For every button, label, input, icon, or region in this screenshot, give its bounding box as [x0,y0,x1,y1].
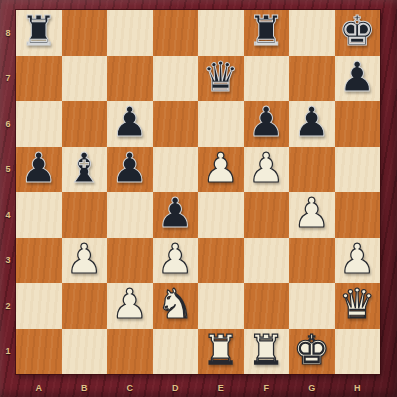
white-pawn-piece: ♟ [66,239,103,280]
square-a3[interactable] [16,238,62,284]
square-e6[interactable] [198,101,244,147]
rank-label-1: 1 [0,329,16,375]
black-king-piece: ♚ [339,11,376,52]
white-pawn-piece: ♟ [293,193,330,234]
square-f8[interactable]: ♜ [244,10,290,56]
rank-label-3: 3 [0,238,16,284]
file-label-d: D [153,374,199,397]
square-b8[interactable] [62,10,108,56]
square-e3[interactable] [198,238,244,284]
rank-coordinates: 87654321 [0,10,16,374]
square-c6[interactable]: ♟ [107,101,153,147]
file-label-f: F [244,374,290,397]
white-pawn-piece: ♟ [157,239,194,280]
black-pawn-piece: ♟ [20,148,57,189]
square-f3[interactable] [244,238,290,284]
black-pawn-piece: ♟ [111,102,148,143]
square-g5[interactable] [289,147,335,193]
square-g8[interactable] [289,10,335,56]
square-e8[interactable] [198,10,244,56]
white-knight-piece: ♞ [157,284,194,325]
square-c2[interactable]: ♟ [107,283,153,329]
square-a8[interactable]: ♜ [16,10,62,56]
file-label-c: C [107,374,153,397]
square-b1[interactable] [62,329,108,375]
rank-label-7: 7 [0,56,16,102]
rank-label-4: 4 [0,192,16,238]
square-e1[interactable]: ♜ [198,329,244,375]
black-rook-piece: ♜ [20,11,57,52]
square-f6[interactable]: ♟ [244,101,290,147]
square-d1[interactable] [153,329,199,375]
square-g6[interactable]: ♟ [289,101,335,147]
white-pawn-piece: ♟ [111,284,148,325]
square-h2[interactable]: ♛ [335,283,381,329]
square-f4[interactable] [244,192,290,238]
file-label-a: A [16,374,62,397]
file-label-e: E [198,374,244,397]
square-h6[interactable] [335,101,381,147]
square-d7[interactable] [153,56,199,102]
square-h7[interactable]: ♟ [335,56,381,102]
rank-label-5: 5 [0,147,16,193]
file-label-h: H [335,374,381,397]
square-g2[interactable] [289,283,335,329]
square-a5[interactable]: ♟ [16,147,62,193]
rank-label-8: 8 [0,10,16,56]
square-a7[interactable] [16,56,62,102]
square-d2[interactable]: ♞ [153,283,199,329]
rank-label-6: 6 [0,101,16,147]
square-c1[interactable] [107,329,153,375]
file-label-b: B [62,374,108,397]
white-king-piece: ♚ [293,330,330,371]
square-c5[interactable]: ♟ [107,147,153,193]
square-g1[interactable]: ♚ [289,329,335,375]
white-rook-piece: ♜ [202,330,239,371]
black-pawn-piece: ♟ [157,193,194,234]
white-pawn-piece: ♟ [339,239,376,280]
chessboard-frame: 87654321 ABCDEFGH ♜♜♚♛♟♟♟♟♟♝♟♟♟♟♟♟♟♟♟♞♛♜… [0,0,397,397]
square-b5[interactable]: ♝ [62,147,108,193]
square-a1[interactable] [16,329,62,375]
file-coordinates: ABCDEFGH [16,374,380,397]
square-g4[interactable]: ♟ [289,192,335,238]
square-f1[interactable]: ♜ [244,329,290,375]
square-b4[interactable] [62,192,108,238]
square-c7[interactable] [107,56,153,102]
white-pawn-piece: ♟ [248,148,285,189]
white-queen-piece: ♛ [339,284,376,325]
square-b6[interactable] [62,101,108,147]
square-e2[interactable] [198,283,244,329]
black-bishop-piece: ♝ [66,148,103,189]
square-e4[interactable] [198,192,244,238]
square-b3[interactable]: ♟ [62,238,108,284]
black-pawn-piece: ♟ [111,148,148,189]
square-d5[interactable] [153,147,199,193]
chessboard: ♜♜♚♛♟♟♟♟♟♝♟♟♟♟♟♟♟♟♟♞♛♜♜♚ [16,10,380,374]
black-pawn-piece: ♟ [339,57,376,98]
square-h8[interactable]: ♚ [335,10,381,56]
square-e7[interactable]: ♛ [198,56,244,102]
square-c4[interactable] [107,192,153,238]
square-f5[interactable]: ♟ [244,147,290,193]
square-f2[interactable] [244,283,290,329]
rank-label-2: 2 [0,283,16,329]
white-pawn-piece: ♟ [202,148,239,189]
square-h3[interactable]: ♟ [335,238,381,284]
square-d6[interactable] [153,101,199,147]
square-c3[interactable] [107,238,153,284]
square-c8[interactable] [107,10,153,56]
square-e5[interactable]: ♟ [198,147,244,193]
file-label-g: G [289,374,335,397]
black-rook-piece: ♜ [248,11,285,52]
square-d3[interactable]: ♟ [153,238,199,284]
white-rook-piece: ♜ [248,330,285,371]
square-f7[interactable] [244,56,290,102]
square-h4[interactable] [335,192,381,238]
square-b2[interactable] [62,283,108,329]
black-queen-piece: ♛ [202,57,239,98]
square-d4[interactable]: ♟ [153,192,199,238]
square-a6[interactable] [16,101,62,147]
square-h5[interactable] [335,147,381,193]
square-g3[interactable] [289,238,335,284]
square-h1[interactable] [335,329,381,375]
square-a2[interactable] [16,283,62,329]
square-b7[interactable] [62,56,108,102]
square-d8[interactable] [153,10,199,56]
square-a4[interactable] [16,192,62,238]
square-g7[interactable] [289,56,335,102]
black-pawn-piece: ♟ [293,102,330,143]
black-pawn-piece: ♟ [248,102,285,143]
